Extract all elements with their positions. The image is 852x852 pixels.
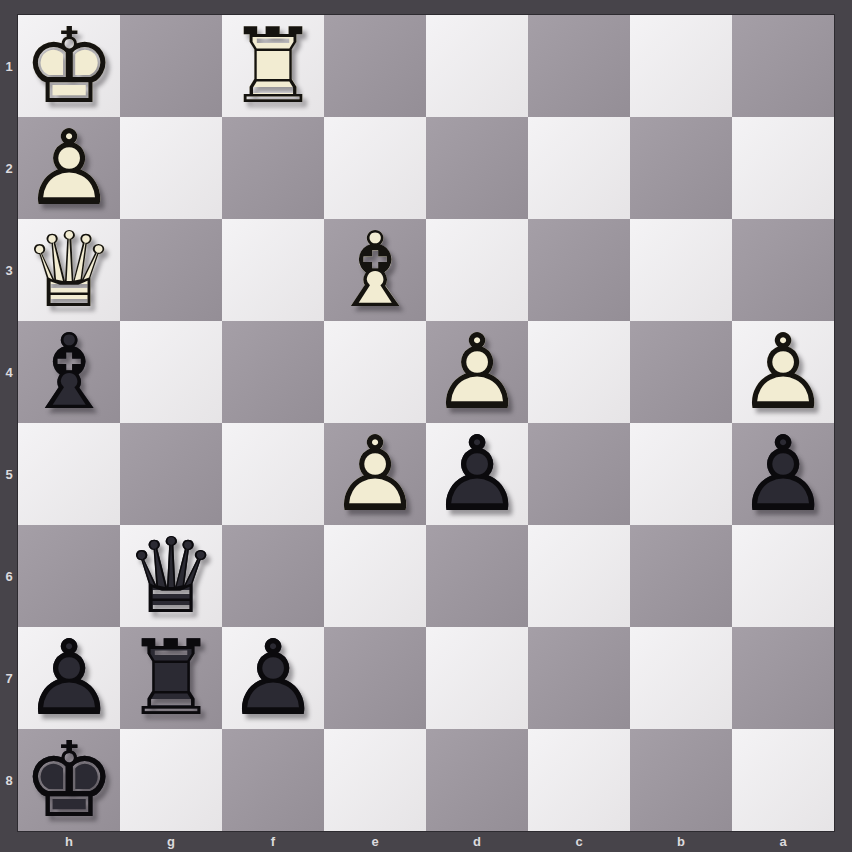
piece-glyph-outline: ♔ — [18, 729, 120, 831]
square-h8[interactable]: ♚♔ — [18, 729, 120, 831]
square-a2[interactable] — [732, 117, 834, 219]
square-g5[interactable] — [120, 423, 222, 525]
square-e2[interactable] — [324, 117, 426, 219]
piece-glyph-outline: ♙ — [324, 423, 426, 525]
rank-label-6: 6 — [0, 525, 18, 627]
square-e7[interactable] — [324, 627, 426, 729]
square-g6[interactable]: ♛♕ — [120, 525, 222, 627]
square-b3[interactable] — [630, 219, 732, 321]
file-label-e: e — [324, 831, 426, 852]
piece-glyph-outline: ♙ — [426, 423, 528, 525]
square-d8[interactable] — [426, 729, 528, 831]
square-f8[interactable] — [222, 729, 324, 831]
square-c6[interactable] — [528, 525, 630, 627]
rank-label-1: 1 — [0, 15, 18, 117]
square-b1[interactable] — [630, 15, 732, 117]
rank-label-5: 5 — [0, 423, 18, 525]
square-h2[interactable]: ♟♙ — [18, 117, 120, 219]
square-g3[interactable] — [120, 219, 222, 321]
rank-label-3: 3 — [0, 219, 18, 321]
square-g8[interactable] — [120, 729, 222, 831]
square-a3[interactable] — [732, 219, 834, 321]
white-rook[interactable]: ♜♖ — [222, 15, 324, 117]
square-c4[interactable] — [528, 321, 630, 423]
piece-glyph-outline: ♙ — [18, 117, 120, 219]
piece-glyph-outline: ♔ — [18, 15, 120, 117]
square-b5[interactable] — [630, 423, 732, 525]
square-c7[interactable] — [528, 627, 630, 729]
square-e3[interactable]: ♝♗ — [324, 219, 426, 321]
file-label-b: b — [630, 831, 732, 852]
square-f1[interactable]: ♜♖ — [222, 15, 324, 117]
file-label-a: a — [732, 831, 834, 852]
square-c3[interactable] — [528, 219, 630, 321]
piece-glyph-outline: ♖ — [222, 15, 324, 117]
square-h1[interactable]: ♚♔ — [18, 15, 120, 117]
square-g7[interactable]: ♜♖ — [120, 627, 222, 729]
rank-label-2: 2 — [0, 117, 18, 219]
black-pawn[interactable]: ♟♙ — [732, 423, 834, 525]
file-label-f: f — [222, 831, 324, 852]
square-b2[interactable] — [630, 117, 732, 219]
piece-glyph-outline: ♙ — [18, 627, 120, 729]
white-pawn[interactable]: ♟♙ — [732, 321, 834, 423]
file-label-h: h — [18, 831, 120, 852]
square-h5[interactable] — [18, 423, 120, 525]
square-f2[interactable] — [222, 117, 324, 219]
square-f3[interactable] — [222, 219, 324, 321]
square-e1[interactable] — [324, 15, 426, 117]
square-c2[interactable] — [528, 117, 630, 219]
square-d3[interactable] — [426, 219, 528, 321]
black-rook[interactable]: ♜♖ — [120, 627, 222, 729]
piece-glyph-outline: ♕ — [18, 219, 120, 321]
black-king[interactable]: ♚♔ — [18, 729, 120, 831]
rank-label-7: 7 — [0, 627, 18, 729]
square-d7[interactable] — [426, 627, 528, 729]
black-queen[interactable]: ♛♕ — [120, 525, 222, 627]
piece-glyph-outline: ♙ — [732, 321, 834, 423]
square-b6[interactable] — [630, 525, 732, 627]
white-pawn[interactable]: ♟♙ — [324, 423, 426, 525]
square-f6[interactable] — [222, 525, 324, 627]
square-d5[interactable]: ♟♙ — [426, 423, 528, 525]
square-e4[interactable] — [324, 321, 426, 423]
square-c1[interactable] — [528, 15, 630, 117]
chess-board: ♚♔♜♖♟♙♛♕♝♗♝♗♟♙♟♙♟♙♟♙♟♙♛♕♟♙♜♖♟♙♚♔ — [18, 15, 834, 831]
white-pawn[interactable]: ♟♙ — [18, 117, 120, 219]
black-pawn[interactable]: ♟♙ — [18, 627, 120, 729]
file-label-c: c — [528, 831, 630, 852]
square-f7[interactable]: ♟♙ — [222, 627, 324, 729]
square-h4[interactable]: ♝♗ — [18, 321, 120, 423]
square-b4[interactable] — [630, 321, 732, 423]
square-a7[interactable] — [732, 627, 834, 729]
square-b8[interactable] — [630, 729, 732, 831]
piece-glyph-outline: ♙ — [222, 627, 324, 729]
white-pawn[interactable]: ♟♙ — [426, 321, 528, 423]
square-b7[interactable] — [630, 627, 732, 729]
square-d4[interactable]: ♟♙ — [426, 321, 528, 423]
square-c5[interactable] — [528, 423, 630, 525]
square-c8[interactable] — [528, 729, 630, 831]
piece-glyph-outline: ♙ — [732, 423, 834, 525]
rank-label-4: 4 — [0, 321, 18, 423]
square-d6[interactable] — [426, 525, 528, 627]
square-g1[interactable] — [120, 15, 222, 117]
square-e8[interactable] — [324, 729, 426, 831]
file-labels: hgfedcba — [18, 831, 834, 852]
file-label-d: d — [426, 831, 528, 852]
black-pawn[interactable]: ♟♙ — [222, 627, 324, 729]
rank-label-8: 8 — [0, 729, 18, 831]
file-label-g: g — [120, 831, 222, 852]
square-e6[interactable] — [324, 525, 426, 627]
square-a1[interactable] — [732, 15, 834, 117]
piece-glyph-outline: ♗ — [324, 219, 426, 321]
square-h3[interactable]: ♛♕ — [18, 219, 120, 321]
white-bishop[interactable]: ♝♗ — [324, 219, 426, 321]
piece-glyph-outline: ♖ — [120, 627, 222, 729]
square-d2[interactable] — [426, 117, 528, 219]
square-g2[interactable] — [120, 117, 222, 219]
square-d1[interactable] — [426, 15, 528, 117]
white-queen[interactable]: ♛♕ — [18, 219, 120, 321]
square-h7[interactable]: ♟♙ — [18, 627, 120, 729]
white-king[interactable]: ♚♔ — [18, 15, 120, 117]
piece-glyph-outline: ♙ — [426, 321, 528, 423]
square-a4[interactable]: ♟♙ — [732, 321, 834, 423]
square-f5[interactable] — [222, 423, 324, 525]
square-h6[interactable] — [18, 525, 120, 627]
black-pawn[interactable]: ♟♙ — [426, 423, 528, 525]
square-f4[interactable] — [222, 321, 324, 423]
piece-glyph-outline: ♗ — [18, 321, 120, 423]
black-bishop[interactable]: ♝♗ — [18, 321, 120, 423]
square-a5[interactable]: ♟♙ — [732, 423, 834, 525]
square-g4[interactable] — [120, 321, 222, 423]
square-e5[interactable]: ♟♙ — [324, 423, 426, 525]
rank-labels: 12345678 — [0, 15, 18, 831]
piece-glyph-outline: ♕ — [120, 525, 222, 627]
square-a8[interactable] — [732, 729, 834, 831]
square-a6[interactable] — [732, 525, 834, 627]
